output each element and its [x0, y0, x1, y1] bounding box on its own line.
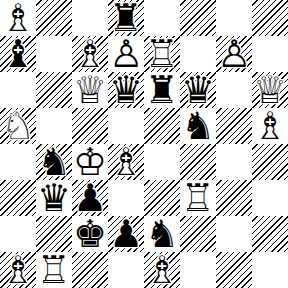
black-king-piece: ♚♚	[72, 216, 108, 252]
square-g3[interactable]	[216, 180, 252, 216]
white-bishop-piece: ♝♗	[0, 0, 36, 36]
square-f7[interactable]	[180, 36, 216, 72]
black-rook-glyph: ♜	[108, 0, 144, 36]
square-g1[interactable]	[216, 252, 252, 288]
black-queen-glyph: ♛	[108, 72, 144, 108]
white-bishop-glyph: ♗	[72, 36, 108, 72]
black-queen-piece: ♛♛	[180, 72, 216, 108]
square-h4[interactable]	[252, 144, 288, 180]
square-b4[interactable]: ♞♞	[36, 144, 72, 180]
white-queen-piece: ♛♕	[72, 72, 108, 108]
white-rook-glyph: ♖	[36, 252, 72, 288]
black-king-glyph: ♚	[72, 216, 108, 252]
white-bishop-piece: ♝♗	[252, 108, 288, 144]
black-knight-piece: ♞♞	[180, 108, 216, 144]
square-c6[interactable]: ♛♕	[72, 72, 108, 108]
black-rook-glyph: ♜	[144, 72, 180, 108]
square-h2[interactable]	[252, 216, 288, 252]
square-h1[interactable]	[252, 252, 288, 288]
square-d3[interactable]	[108, 180, 144, 216]
black-queen-glyph: ♛	[36, 180, 72, 216]
square-c7[interactable]: ♝♗	[72, 36, 108, 72]
square-e2[interactable]: ♞♞	[144, 216, 180, 252]
square-h5[interactable]: ♝♗	[252, 108, 288, 144]
square-c2[interactable]: ♚♚	[72, 216, 108, 252]
square-e1[interactable]: ♝♗	[144, 252, 180, 288]
black-bishop-glyph: ♝	[0, 36, 36, 72]
square-c4[interactable]: ♚♔	[72, 144, 108, 180]
black-knight-glyph: ♞	[144, 216, 180, 252]
square-e7[interactable]: ♜♖	[144, 36, 180, 72]
square-e5[interactable]	[144, 108, 180, 144]
black-knight-piece: ♞♞	[144, 216, 180, 252]
white-bishop-glyph: ♗	[144, 252, 180, 288]
square-c3[interactable]: ♟♟	[72, 180, 108, 216]
square-b3[interactable]: ♛♛	[36, 180, 72, 216]
black-queen-piece: ♛♛	[36, 180, 72, 216]
white-rook-piece: ♜♖	[180, 180, 216, 216]
square-g5[interactable]	[216, 108, 252, 144]
square-g6[interactable]	[216, 72, 252, 108]
white-bishop-glyph: ♗	[252, 108, 288, 144]
square-f4[interactable]	[180, 144, 216, 180]
white-knight-piece: ♞♘	[0, 108, 36, 144]
white-queen-piece: ♛♕	[252, 72, 288, 108]
white-bishop-piece: ♝♗	[0, 252, 36, 288]
square-a2[interactable]	[0, 216, 36, 252]
square-a1[interactable]: ♝♗	[0, 252, 36, 288]
square-h8[interactable]	[252, 0, 288, 36]
black-knight-glyph: ♞	[36, 144, 72, 180]
square-d5[interactable]	[108, 108, 144, 144]
square-h6[interactable]: ♛♕	[252, 72, 288, 108]
square-d6[interactable]: ♛♛	[108, 72, 144, 108]
square-e6[interactable]: ♜♜	[144, 72, 180, 108]
white-bishop-piece: ♝♗	[144, 252, 180, 288]
square-b7[interactable]	[36, 36, 72, 72]
square-d2[interactable]: ♟♟	[108, 216, 144, 252]
white-queen-glyph: ♕	[72, 72, 108, 108]
white-bishop-piece: ♝♗	[72, 36, 108, 72]
chess-board: ♝♗♜♜♝♝♝♗♟♙♜♖♟♙♛♕♛♛♜♜♛♛♛♕♞♘♞♞♝♗♞♞♚♔♝♗♛♛♟♟…	[0, 0, 288, 288]
square-a6[interactable]	[0, 72, 36, 108]
square-b1[interactable]: ♜♖	[36, 252, 72, 288]
square-f3[interactable]: ♜♖	[180, 180, 216, 216]
square-h3[interactable]	[252, 180, 288, 216]
black-pawn-glyph: ♟	[72, 180, 108, 216]
square-f1[interactable]	[180, 252, 216, 288]
white-pawn-glyph: ♙	[216, 36, 252, 72]
white-bishop-piece: ♝♗	[108, 144, 144, 180]
white-queen-glyph: ♕	[252, 72, 288, 108]
white-rook-piece: ♜♖	[36, 252, 72, 288]
white-pawn-glyph: ♙	[108, 36, 144, 72]
square-d7[interactable]: ♟♙	[108, 36, 144, 72]
white-king-glyph: ♔	[72, 144, 108, 180]
white-knight-glyph: ♘	[0, 108, 36, 144]
black-knight-piece: ♞♞	[36, 144, 72, 180]
square-a7[interactable]: ♝♝	[0, 36, 36, 72]
square-g2[interactable]	[216, 216, 252, 252]
square-b6[interactable]	[36, 72, 72, 108]
square-h7[interactable]	[252, 36, 288, 72]
square-b8[interactable]	[36, 0, 72, 36]
white-rook-piece: ♜♖	[144, 36, 180, 72]
black-queen-glyph: ♛	[180, 72, 216, 108]
white-king-piece: ♚♔	[72, 144, 108, 180]
black-bishop-piece: ♝♝	[0, 36, 36, 72]
white-bishop-glyph: ♗	[0, 252, 36, 288]
square-b2[interactable]	[36, 216, 72, 252]
square-a5[interactable]: ♞♘	[0, 108, 36, 144]
square-f2[interactable]	[180, 216, 216, 252]
square-a8[interactable]: ♝♗	[0, 0, 36, 36]
white-rook-glyph: ♖	[144, 36, 180, 72]
square-e3[interactable]	[144, 180, 180, 216]
square-f6[interactable]: ♛♛	[180, 72, 216, 108]
black-rook-piece: ♜♜	[108, 0, 144, 36]
square-a4[interactable]	[0, 144, 36, 180]
white-pawn-piece: ♟♙	[108, 36, 144, 72]
black-pawn-piece: ♟♟	[72, 180, 108, 216]
white-bishop-glyph: ♗	[108, 144, 144, 180]
square-f8[interactable]	[180, 0, 216, 36]
black-pawn-piece: ♟♟	[108, 216, 144, 252]
white-rook-glyph: ♖	[180, 180, 216, 216]
black-knight-glyph: ♞	[180, 108, 216, 144]
square-b5[interactable]	[36, 108, 72, 144]
square-d8[interactable]: ♜♜	[108, 0, 144, 36]
square-d1[interactable]	[108, 252, 144, 288]
black-rook-piece: ♜♜	[144, 72, 180, 108]
square-g7[interactable]: ♟♙	[216, 36, 252, 72]
square-g4[interactable]	[216, 144, 252, 180]
black-queen-piece: ♛♛	[108, 72, 144, 108]
black-pawn-glyph: ♟	[108, 216, 144, 252]
white-bishop-glyph: ♗	[0, 0, 36, 36]
square-e4[interactable]	[144, 144, 180, 180]
square-d4[interactable]: ♝♗	[108, 144, 144, 180]
square-c8[interactable]	[72, 0, 108, 36]
square-a3[interactable]	[0, 180, 36, 216]
square-e8[interactable]	[144, 0, 180, 36]
square-c5[interactable]	[72, 108, 108, 144]
square-c1[interactable]	[72, 252, 108, 288]
square-g8[interactable]	[216, 0, 252, 36]
white-pawn-piece: ♟♙	[216, 36, 252, 72]
square-f5[interactable]: ♞♞	[180, 108, 216, 144]
